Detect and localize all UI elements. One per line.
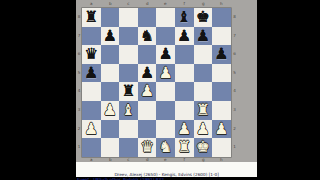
black-pawn-piece: ♟ <box>84 64 98 83</box>
next-move-stat: Next: 26.Rf3 <box>106 171 144 180</box>
black-rook-piece: ♜ <box>84 8 98 27</box>
square-c1 <box>119 138 138 157</box>
black-pawn-piece: ♟ <box>159 45 173 64</box>
square-b7: ♟ <box>101 27 120 46</box>
rank-labels-right: 87654321 <box>231 8 238 157</box>
white-bishop-piece: ♝ <box>122 101 136 120</box>
square-e3 <box>156 101 175 120</box>
white-pawn-piece: ♟ <box>103 101 117 120</box>
square-h2: ♟ <box>212 120 231 139</box>
rank-label-2: 2 <box>233 123 238 136</box>
square-b1 <box>101 138 120 157</box>
white-pawn-piece: ♟ <box>177 120 191 139</box>
black-bishop-piece: ♝ <box>177 8 191 27</box>
black-pawn-piece: ♟ <box>103 27 117 46</box>
square-f2: ♟ <box>175 120 194 139</box>
square-a5: ♟ <box>82 64 101 83</box>
square-a6: ♛ <box>82 45 101 64</box>
file-label-f: f <box>178 1 191 5</box>
white-pawn-piece: ♟ <box>215 120 229 139</box>
file-label-e: e <box>159 157 172 161</box>
letterbox-left <box>0 0 76 180</box>
square-c6 <box>119 45 138 64</box>
black-knight-piece: ♞ <box>140 27 154 46</box>
rank-label-2: 2 <box>77 123 81 136</box>
white-pawn-piece: ♟ <box>196 120 210 139</box>
file-label-f: f <box>178 157 191 161</box>
square-a4 <box>82 82 101 101</box>
file-label-c: c <box>122 1 135 5</box>
white-rook-piece: ♜ <box>196 101 210 120</box>
square-f4 <box>175 82 194 101</box>
square-a2: ♟ <box>82 120 101 139</box>
square-h7 <box>212 27 231 46</box>
square-e1: ♞ <box>156 138 175 157</box>
file-label-b: b <box>104 1 117 5</box>
chess-board: ♜♝♚♟♞♟♟♛♟♟♟♟♟♜♟♟♝♜♟♟♟♟♛♞♜♚ <box>82 8 231 157</box>
file-label-d: d <box>141 1 154 5</box>
square-g6 <box>194 45 213 64</box>
square-d1: ♛ <box>138 138 157 157</box>
square-g3: ♜ <box>194 101 213 120</box>
white-pawn-piece: ♟ <box>159 64 173 83</box>
square-d6 <box>138 45 157 64</box>
square-a8: ♜ <box>82 8 101 27</box>
rank-label-8: 8 <box>233 11 238 24</box>
square-e6: ♟ <box>156 45 175 64</box>
black-pawn-piece: ♟ <box>177 27 191 46</box>
square-d4: ♟ <box>138 82 157 101</box>
white-pawn-piece: ♟ <box>140 82 154 101</box>
rank-label-5: 5 <box>233 67 238 80</box>
file-label-h: h <box>215 1 228 5</box>
square-h6: ♟ <box>212 45 231 64</box>
square-g4 <box>194 82 213 101</box>
rank-label-4: 4 <box>233 85 238 98</box>
material-balance-stat: Material: 0 <box>164 171 196 180</box>
file-label-b: b <box>104 157 117 161</box>
rank-label-1: 1 <box>77 141 81 154</box>
square-c5 <box>119 64 138 83</box>
square-f6 <box>175 45 194 64</box>
black-pawn-piece: ♟ <box>140 64 154 83</box>
square-e5: ♟ <box>156 64 175 83</box>
square-a7 <box>82 27 101 46</box>
square-b6 <box>101 45 120 64</box>
square-g1: ♚ <box>194 138 213 157</box>
square-c4: ♜ <box>119 82 138 101</box>
square-f1: ♜ <box>175 138 194 157</box>
square-a3 <box>82 101 101 120</box>
black-king-piece: ♚ <box>196 8 210 27</box>
square-b4 <box>101 82 120 101</box>
game-number-stat: No. 63 <box>78 171 98 180</box>
square-g5 <box>194 64 213 83</box>
square-f5 <box>175 64 194 83</box>
rank-label-6: 6 <box>233 48 238 61</box>
square-a1 <box>82 138 101 157</box>
square-d8 <box>138 8 157 27</box>
square-f3 <box>175 101 194 120</box>
square-b3: ♟ <box>101 101 120 120</box>
rank-label-7: 7 <box>233 30 238 43</box>
square-c3: ♝ <box>119 101 138 120</box>
black-pawn-piece: ♟ <box>196 27 210 46</box>
square-g7: ♟ <box>194 27 213 46</box>
square-e4 <box>156 82 175 101</box>
square-e8 <box>156 8 175 27</box>
square-e7 <box>156 27 175 46</box>
file-label-g: g <box>197 1 210 5</box>
square-b5 <box>101 64 120 83</box>
square-b2 <box>101 120 120 139</box>
square-d5: ♟ <box>138 64 157 83</box>
square-h1 <box>212 138 231 157</box>
square-g2: ♟ <box>194 120 213 139</box>
white-knight-piece: ♞ <box>159 138 173 157</box>
square-f7: ♟ <box>175 27 194 46</box>
square-h8 <box>212 8 231 27</box>
rank-label-6: 6 <box>77 48 81 61</box>
file-label-a: a <box>85 157 98 161</box>
white-pawn-piece: ♟ <box>84 120 98 139</box>
rank-label-3: 3 <box>233 104 238 117</box>
square-e2 <box>156 120 175 139</box>
file-label-a: a <box>85 1 98 5</box>
square-d7: ♞ <box>138 27 157 46</box>
white-queen-piece: ♛ <box>140 138 154 157</box>
rank-label-7: 7 <box>77 30 81 43</box>
square-c2 <box>119 120 138 139</box>
square-g8: ♚ <box>194 8 213 27</box>
black-rook-piece: ♜ <box>122 82 136 101</box>
white-king-piece: ♚ <box>196 138 210 157</box>
file-labels-top: abcdefgh <box>82 1 231 7</box>
white-rook-piece: ♜ <box>177 138 191 157</box>
rank-label-3: 3 <box>77 104 81 117</box>
black-queen-piece: ♛ <box>84 45 98 64</box>
square-b8 <box>101 8 120 27</box>
file-label-g: g <box>197 157 210 161</box>
game-info-caption: Dreev, Alexej (2650) - Kengis, Edvins (2… <box>76 162 257 177</box>
file-label-e: e <box>159 1 172 5</box>
rank-label-8: 8 <box>77 11 81 24</box>
square-h4 <box>212 82 231 101</box>
file-label-d: d <box>141 157 154 161</box>
black-pawn-piece: ♟ <box>215 45 229 64</box>
square-d2 <box>138 120 157 139</box>
square-h5 <box>212 64 231 83</box>
chess-diagram-panel: abcdefgh 87654321 ♜♝♚♟♞♟♟♛♟♟♟♟♟♜♟♟♝♜♟♟♟♟… <box>76 0 257 177</box>
rank-label-4: 4 <box>77 85 81 98</box>
square-c7 <box>119 27 138 46</box>
letterbox-right <box>257 0 320 180</box>
square-d3 <box>138 101 157 120</box>
file-label-c: c <box>122 157 135 161</box>
rank-label-1: 1 <box>233 141 238 154</box>
square-f8: ♝ <box>175 8 194 27</box>
file-label-h: h <box>215 157 228 161</box>
square-c8 <box>119 8 138 27</box>
square-h3 <box>212 101 231 120</box>
rank-label-5: 5 <box>77 67 81 80</box>
